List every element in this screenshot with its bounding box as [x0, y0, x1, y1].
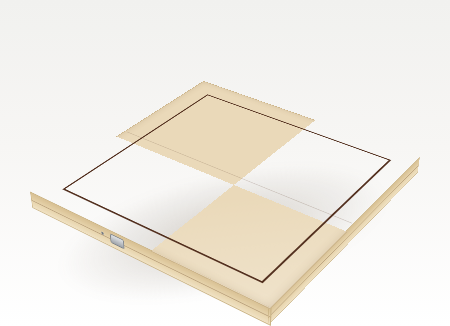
- chess-set-photo: [0, 0, 450, 326]
